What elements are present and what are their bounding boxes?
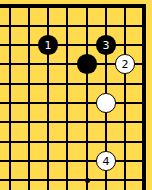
stone-white-R11: 4 [96,151,116,171]
move-number-label: 1 [45,40,52,51]
move-number-label: 2 [122,59,129,70]
grid-line-vertical [47,4,49,190]
go-board: 1324 [0,0,152,190]
move-number-label: 4 [103,156,110,167]
grid-line-vertical [86,4,88,190]
stone-black-Q16 [77,54,97,74]
stone-white-R14 [96,93,116,113]
grid-line-vertical [28,4,30,190]
grid-line-vertical [66,4,68,190]
star-point-Q10 [85,178,90,183]
grid-line-vertical [9,4,11,190]
board-right-edge-line [142,4,146,190]
move-number-label: 3 [103,40,110,51]
stone-black-R17: 3 [96,35,116,55]
stone-white-S16: 2 [115,54,135,74]
stone-black-O17: 1 [38,35,58,55]
grid-line-vertical [124,4,126,190]
